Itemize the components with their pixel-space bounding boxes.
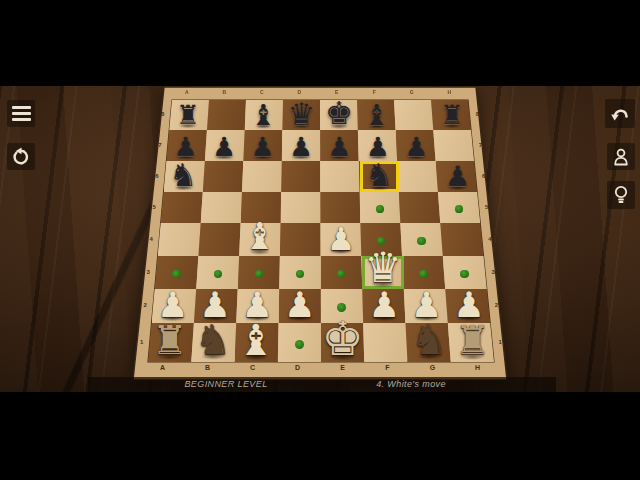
square-f1[interactable] [363, 323, 407, 362]
piece-black-pawn-b7[interactable]: ♟ [211, 134, 237, 160]
file-label-H: H [472, 364, 484, 371]
file-label-top-G: G [407, 89, 417, 95]
piece-black-pawn-g7[interactable]: ♟ [403, 134, 429, 160]
player-icon [611, 147, 631, 167]
square-c6[interactable] [242, 161, 282, 192]
hint-bulb-icon [611, 184, 631, 206]
file-label-B: B [202, 364, 214, 371]
rotate-reset-icon [11, 147, 31, 167]
rank-label-right-3: 3 [489, 269, 497, 275]
square-e6[interactable] [320, 161, 359, 192]
square-d6[interactable] [281, 161, 320, 192]
legal-move-dot-g3[interactable] [419, 270, 427, 278]
file-label-top-F: F [369, 89, 379, 95]
rank-label-right-7: 7 [477, 142, 485, 148]
undo-button[interactable] [605, 99, 635, 128]
piece-white-bishop-c1[interactable]: ♝ [235, 319, 278, 362]
rank-label-right-1: 1 [496, 339, 504, 345]
rotate-reset-button[interactable] [7, 143, 35, 170]
hint-button[interactable] [607, 181, 635, 209]
legal-move-dot-h5[interactable] [455, 205, 463, 213]
rank-label-right-8: 8 [473, 111, 481, 117]
square-h4[interactable] [440, 223, 483, 256]
piece-black-bishop-c8[interactable]: ♝ [249, 101, 278, 130]
piece-white-pawn-e4[interactable]: ♟ [325, 224, 357, 256]
rank-label-left-4: 4 [147, 236, 155, 242]
rank-label-right-4: 4 [486, 236, 494, 242]
piece-white-rook-a1[interactable]: ♜ [150, 321, 190, 361]
piece-white-knight-b1[interactable]: ♞ [192, 320, 233, 361]
square-b5[interactable] [201, 192, 242, 223]
file-label-F: F [382, 364, 394, 371]
rank-label-left-5: 5 [150, 204, 158, 210]
square-g6[interactable] [397, 161, 438, 192]
file-label-top-A: A [182, 89, 192, 95]
piece-black-pawn-h6[interactable]: ♟ [443, 163, 471, 191]
piece-black-king-e8[interactable]: ♚ [323, 98, 354, 129]
rank-label-left-2: 2 [141, 302, 149, 308]
piece-white-king-e1[interactable]: ♚ [319, 315, 366, 362]
rank-label-right-2: 2 [492, 302, 500, 308]
file-label-D: D [292, 364, 304, 371]
square-b6[interactable] [203, 161, 244, 192]
piece-black-pawn-f7[interactable]: ♟ [365, 134, 391, 160]
piece-white-pawn-f2[interactable]: ♟ [367, 287, 402, 322]
piece-black-pawn-c7[interactable]: ♟ [249, 134, 275, 160]
undo-icon [609, 103, 631, 125]
square-h7[interactable] [433, 130, 474, 161]
piece-black-pawn-e7[interactable]: ♟ [326, 134, 352, 160]
piece-white-rook-h1[interactable]: ♜ [452, 321, 492, 361]
file-label-top-C: C [257, 89, 267, 95]
square-a5[interactable] [161, 192, 203, 223]
piece-white-bishop-c4[interactable]: ♝ [241, 219, 278, 256]
square-b4[interactable] [198, 223, 240, 256]
file-label-G: G [427, 364, 439, 371]
status-bar: BEGINNER LEVEL 4. White's move [88, 377, 556, 392]
square-d4[interactable] [280, 223, 321, 256]
rank-label-right-5: 5 [483, 204, 491, 210]
square-g5[interactable] [399, 192, 441, 223]
piece-black-rook-h8[interactable]: ♜ [439, 102, 466, 129]
piece-white-pawn-d2[interactable]: ♟ [282, 287, 317, 322]
piece-black-pawn-a7[interactable]: ♟ [172, 134, 198, 160]
square-e5[interactable] [320, 192, 360, 223]
piece-white-knight-g1[interactable]: ♞ [409, 320, 450, 361]
square-b8[interactable] [207, 100, 246, 130]
file-label-top-D: D [294, 89, 304, 95]
square-a4[interactable] [158, 223, 201, 256]
player-button[interactable] [607, 143, 635, 170]
piece-black-bishop-f8[interactable]: ♝ [362, 101, 391, 130]
square-d5[interactable] [281, 192, 321, 223]
rank-label-left-8: 8 [159, 111, 167, 117]
rank-label-left-6: 6 [153, 173, 161, 179]
rank-label-right-6: 6 [480, 173, 488, 179]
file-label-top-H: H [444, 89, 454, 95]
rank-label-left-3: 3 [144, 269, 152, 275]
file-label-A: A [157, 364, 169, 371]
app-screen: AABBCCDDEEFFGGHH1122334455667788♜♝♛♚♝♜♟♟… [0, 0, 640, 480]
piece-black-rook-a8[interactable]: ♜ [175, 102, 202, 129]
rank-label-left-1: 1 [138, 339, 146, 345]
menu-button[interactable] [7, 100, 35, 127]
menu-icon [12, 106, 31, 109]
file-label-C: C [247, 364, 259, 371]
level-label: BEGINNER LEVEL [184, 379, 267, 389]
legal-move-dot-g4[interactable] [417, 237, 425, 245]
legal-move-dot-f5[interactable] [376, 205, 384, 213]
piece-white-queen-f3[interactable]: ♛ [362, 247, 404, 289]
file-label-top-B: B [219, 89, 229, 95]
piece-black-queen-d8[interactable]: ♛ [286, 99, 317, 130]
move-indicator: 4. White's move [376, 379, 446, 389]
piece-black-knight-f6[interactable]: ♞ [363, 160, 394, 191]
file-label-top-E: E [332, 89, 342, 95]
legal-move-dot-d1[interactable] [295, 340, 304, 349]
piece-black-pawn-d7[interactable]: ♟ [288, 134, 314, 160]
piece-black-knight-a6[interactable]: ♞ [167, 160, 198, 191]
chess-board[interactable]: AABBCCDDEEFFGGHH1122334455667788♜♝♛♚♝♜♟♟… [0, 0, 640, 480]
square-g8[interactable] [394, 100, 433, 130]
rank-label-left-7: 7 [156, 142, 164, 148]
